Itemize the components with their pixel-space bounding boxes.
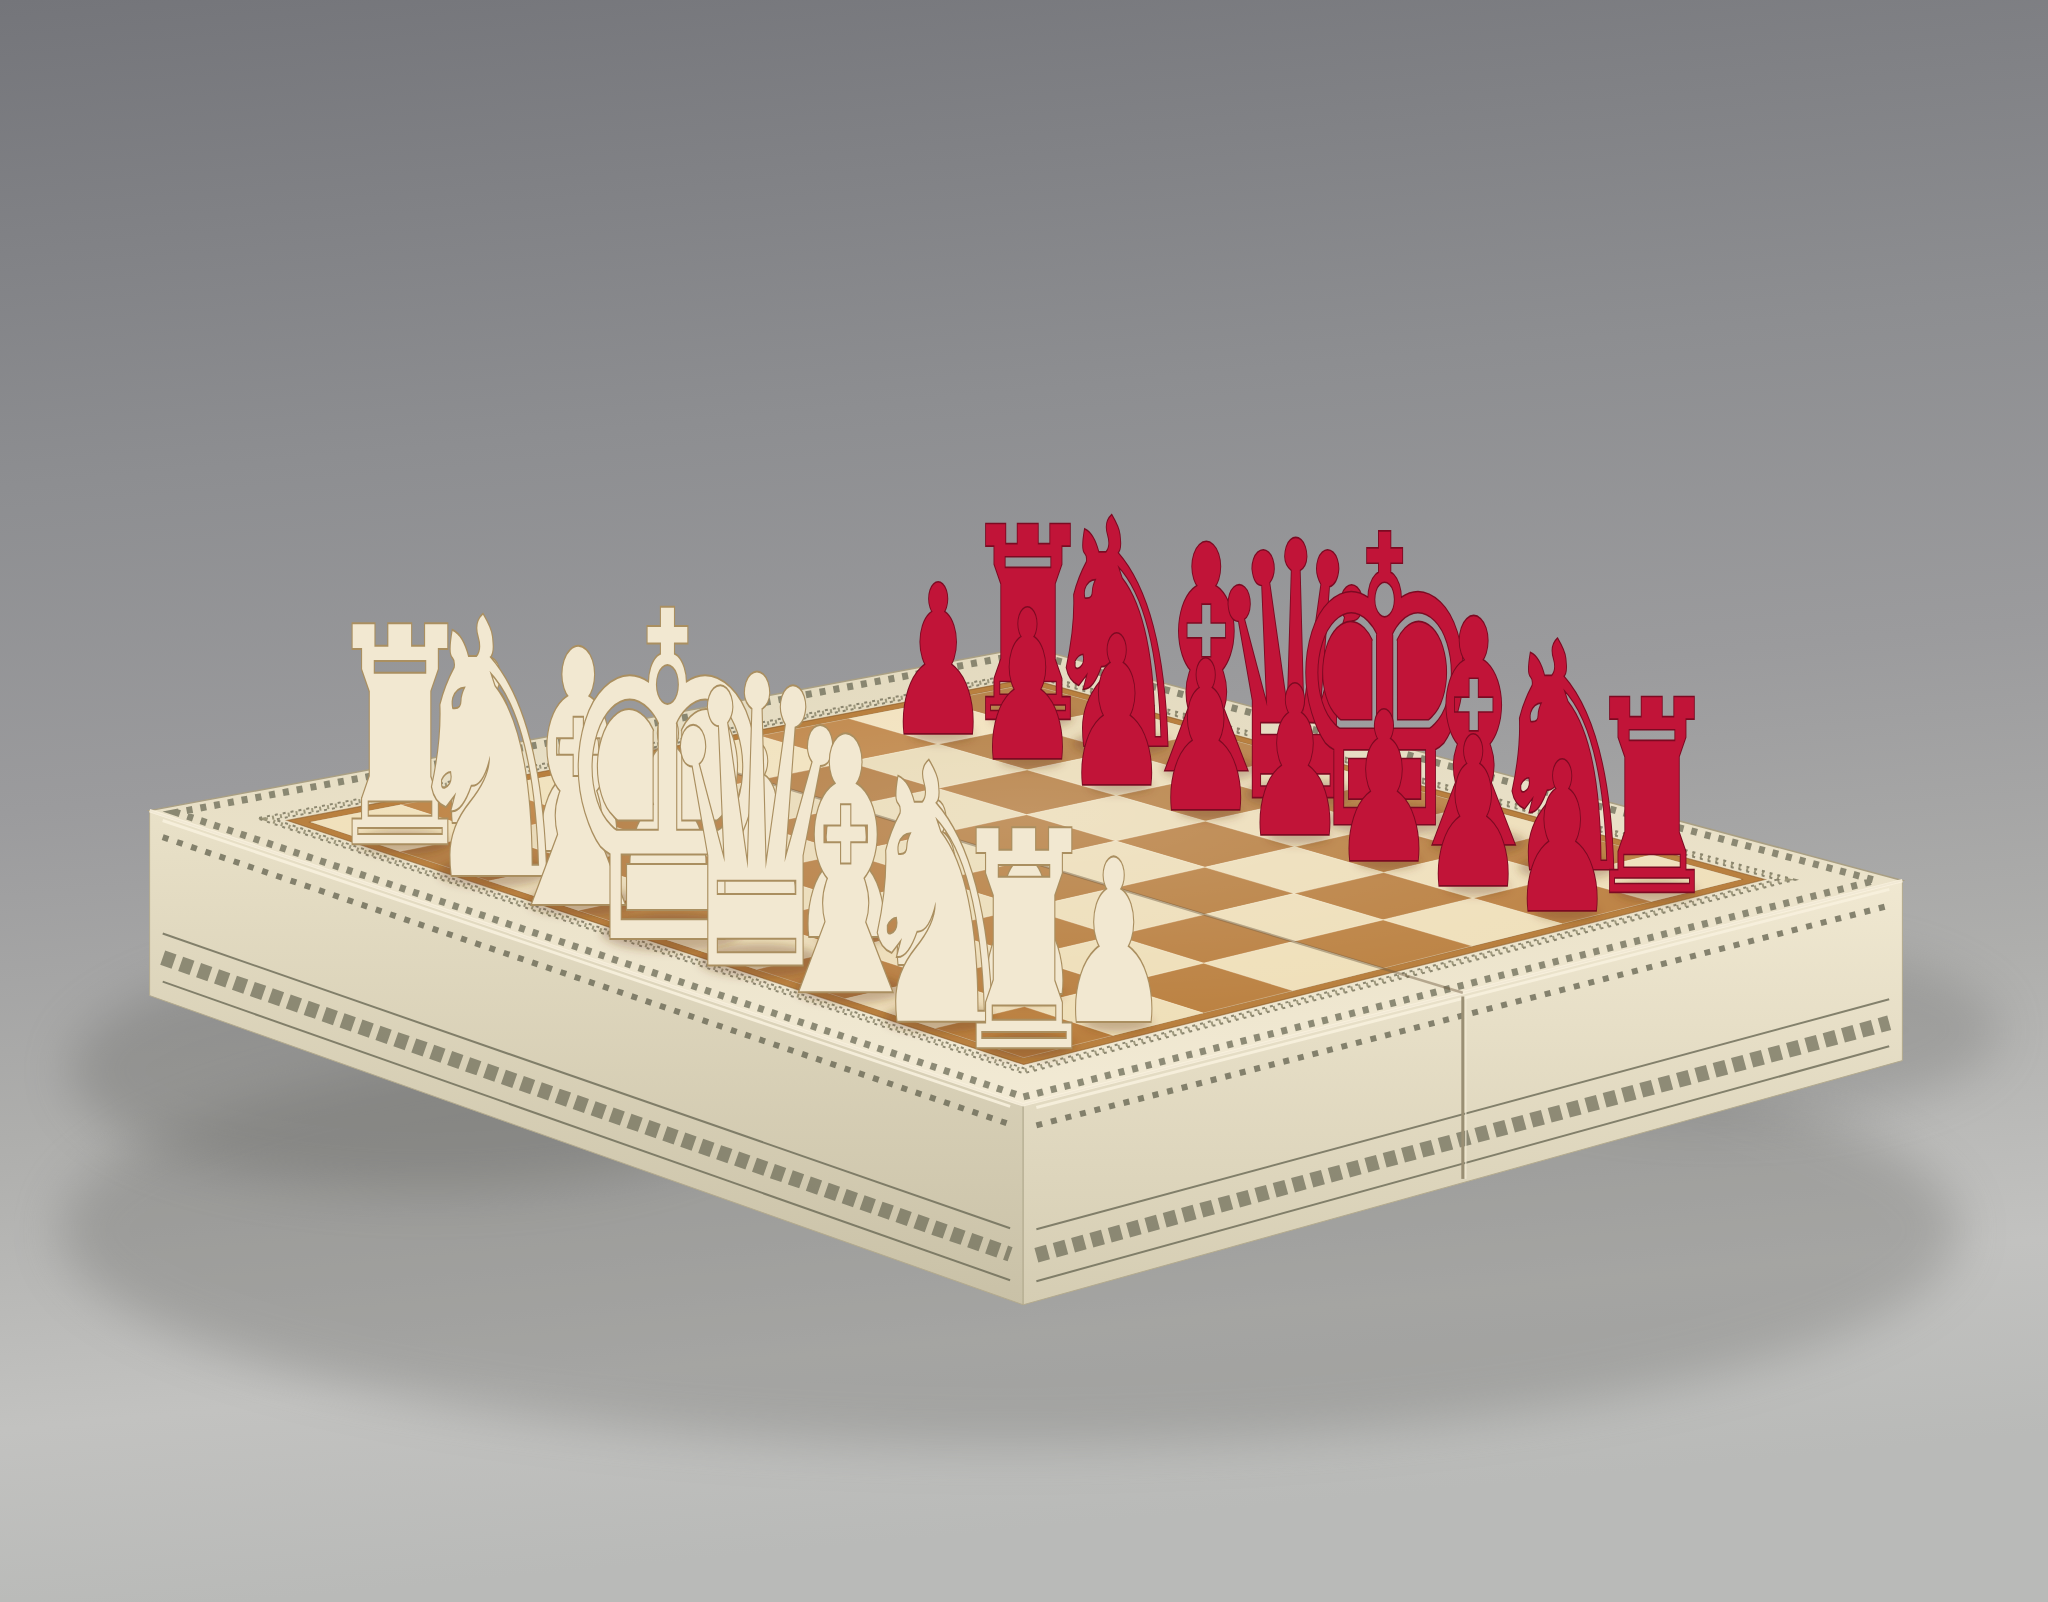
piece-glyph: ♜ bbox=[949, 768, 1100, 1117]
piece-glyph: ♟ bbox=[1332, 668, 1435, 907]
piece-glyph: ♟ bbox=[1421, 694, 1524, 933]
piece-glyph: ♟ bbox=[1243, 643, 1346, 882]
studio-photo: ♜♟♞♟♝♟♛♟♚♟♟♜♝♟♟♞♞♟♟♜♝♟♟♚♟♛♟♝♟♞♟♜ bbox=[0, 0, 2048, 1602]
piece-red-pawn-c7[interactable]: ♟ bbox=[1332, 668, 1435, 907]
piece-glyph: ♟ bbox=[1511, 719, 1614, 958]
piece-red-pawn-a7[interactable]: ♟ bbox=[1511, 719, 1614, 958]
piece-white-rook-a1[interactable]: ♜ bbox=[949, 768, 1100, 1117]
piece-red-pawn-d7[interactable]: ♟ bbox=[1243, 643, 1346, 882]
chess-scene: ♜♟♞♟♝♟♛♟♚♟♟♜♝♟♟♞♞♟♟♜♝♟♟♚♟♛♟♝♟♞♟♜ bbox=[0, 0, 2048, 1602]
piece-red-pawn-b7[interactable]: ♟ bbox=[1421, 694, 1524, 933]
